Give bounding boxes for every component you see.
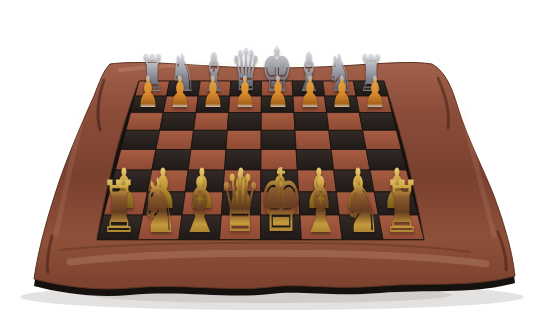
square-g5[interactable] <box>329 130 366 149</box>
white-knight-b1[interactable]: ♞ <box>140 169 179 244</box>
white-rook-a1[interactable]: ♜ <box>100 171 137 243</box>
black-pawn-c7[interactable]: ♟ <box>201 71 223 114</box>
square-h5[interactable] <box>363 130 402 149</box>
square-d5[interactable] <box>226 130 261 149</box>
white-queen-d1[interactable]: ♛ <box>219 162 262 245</box>
white-rook-h1[interactable]: ♜ <box>384 171 421 243</box>
square-b5[interactable] <box>156 130 194 149</box>
black-pawn-h7[interactable]: ♟ <box>364 71 386 114</box>
square-f5[interactable] <box>295 130 331 149</box>
square-c5[interactable] <box>191 130 227 149</box>
square-a5[interactable] <box>121 130 160 149</box>
white-king-e1[interactable]: ♚ <box>258 158 303 245</box>
square-e5[interactable] <box>261 130 296 149</box>
black-pawn-d7[interactable]: ♟ <box>234 71 256 114</box>
white-bishop-f1[interactable]: ♝ <box>301 167 341 244</box>
white-bishop-c1[interactable]: ♝ <box>180 167 220 244</box>
chess-set-photo: ♜♞♝♛♚♝♞♜♟♟♟♟♟♟♟♟♟♟♟♟♟♟♟♟♜♞♝♛♚♝♞♜ <box>0 0 550 333</box>
black-pawn-b7[interactable]: ♟ <box>169 71 191 114</box>
black-pawn-e7[interactable]: ♟ <box>266 71 288 114</box>
black-pawn-a7[interactable]: ♟ <box>137 71 159 114</box>
black-pawn-g7[interactable]: ♟ <box>331 71 353 114</box>
black-pawn-f7[interactable]: ♟ <box>299 71 321 114</box>
white-knight-g1[interactable]: ♞ <box>342 169 381 244</box>
